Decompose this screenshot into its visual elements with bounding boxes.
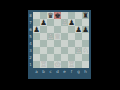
chess-board: ♛♚♜♟♙♟♟♟♟♙♕♙♘♖♔♖ bbox=[33, 12, 89, 68]
file-label-a: a bbox=[33, 68, 40, 79]
square-d7[interactable] bbox=[54, 19, 61, 26]
square-d1[interactable]: ♔ bbox=[54, 61, 61, 68]
square-a1[interactable] bbox=[33, 61, 40, 68]
square-a3[interactable] bbox=[33, 47, 40, 54]
file-label-e: e bbox=[61, 68, 68, 79]
white-pawn[interactable]: ♙ bbox=[61, 19, 68, 26]
black-pawn[interactable]: ♟ bbox=[40, 19, 47, 26]
black-pawn[interactable]: ♟ bbox=[75, 26, 82, 33]
square-d5[interactable]: ♕ bbox=[54, 33, 61, 40]
square-c3[interactable] bbox=[47, 47, 54, 54]
white-king[interactable]: ♔ bbox=[54, 61, 61, 68]
square-c5[interactable]: ♙ bbox=[47, 33, 54, 40]
square-h3[interactable]: ♘ bbox=[82, 47, 89, 54]
square-f5[interactable] bbox=[68, 33, 75, 40]
white-pawn[interactable]: ♙ bbox=[47, 33, 54, 40]
chess-board-widget: 87654321 ♛♚♜♟♙♟♟♟♟♙♕♙♘♖♔♖ abcdefgh bbox=[28, 10, 91, 79]
square-a4[interactable] bbox=[33, 40, 40, 47]
white-queen[interactable]: ♕ bbox=[54, 33, 61, 40]
square-b5[interactable] bbox=[40, 33, 47, 40]
black-pawn[interactable]: ♟ bbox=[82, 26, 89, 33]
square-g5[interactable] bbox=[75, 33, 82, 40]
square-d8-check-highlight[interactable]: ♚ bbox=[54, 12, 61, 19]
square-f1[interactable]: ♖ bbox=[68, 61, 75, 68]
square-a2[interactable] bbox=[33, 54, 40, 61]
white-pawn[interactable]: ♙ bbox=[75, 47, 82, 54]
square-h5[interactable] bbox=[82, 33, 89, 40]
square-d4[interactable] bbox=[54, 40, 61, 47]
square-h2[interactable] bbox=[82, 54, 89, 61]
square-c2[interactable] bbox=[47, 54, 54, 61]
black-queen[interactable]: ♛ bbox=[47, 12, 54, 19]
black-rook[interactable]: ♜ bbox=[82, 12, 89, 19]
square-e6[interactable] bbox=[61, 26, 68, 33]
square-f4[interactable] bbox=[68, 40, 75, 47]
square-a5[interactable] bbox=[33, 33, 40, 40]
file-label-h: h bbox=[82, 68, 89, 79]
square-b6[interactable] bbox=[40, 26, 47, 33]
square-c7[interactable] bbox=[47, 19, 54, 26]
square-f7[interactable]: ♟ bbox=[68, 19, 75, 26]
file-label-b: b bbox=[40, 68, 47, 79]
square-e1[interactable] bbox=[61, 61, 68, 68]
square-a8[interactable] bbox=[33, 12, 40, 19]
square-e7[interactable]: ♙ bbox=[61, 19, 68, 26]
file-label-g: g bbox=[75, 68, 82, 79]
square-e2[interactable] bbox=[61, 54, 68, 61]
square-b1[interactable]: ♖ bbox=[40, 61, 47, 68]
square-h1[interactable] bbox=[82, 61, 89, 68]
white-rook[interactable]: ♖ bbox=[40, 61, 47, 68]
square-c1[interactable] bbox=[47, 61, 54, 68]
file-label-d: d bbox=[54, 68, 61, 79]
square-e3[interactable] bbox=[61, 47, 68, 54]
square-g1[interactable] bbox=[75, 61, 82, 68]
square-g2[interactable] bbox=[75, 54, 82, 61]
square-b3[interactable] bbox=[40, 47, 47, 54]
square-h6[interactable]: ♟ bbox=[82, 26, 89, 33]
file-coordinate-labels: abcdefgh bbox=[33, 68, 89, 79]
white-knight[interactable]: ♘ bbox=[82, 47, 89, 54]
file-label-f: f bbox=[68, 68, 75, 79]
square-g3[interactable]: ♙ bbox=[75, 47, 82, 54]
square-d3[interactable] bbox=[54, 47, 61, 54]
white-rook[interactable]: ♖ bbox=[68, 61, 75, 68]
square-f6[interactable] bbox=[68, 26, 75, 33]
square-e4[interactable] bbox=[61, 40, 68, 47]
square-f3[interactable] bbox=[68, 47, 75, 54]
black-pawn[interactable]: ♟ bbox=[33, 26, 40, 33]
square-e5[interactable] bbox=[61, 33, 68, 40]
square-b4[interactable] bbox=[40, 40, 47, 47]
file-label-c: c bbox=[47, 68, 54, 79]
square-c8[interactable]: ♛ bbox=[47, 12, 54, 19]
black-pawn[interactable]: ♟ bbox=[68, 19, 75, 26]
square-a6[interactable]: ♟ bbox=[33, 26, 40, 33]
square-b7[interactable]: ♟ bbox=[40, 19, 47, 26]
square-g6[interactable]: ♟ bbox=[75, 26, 82, 33]
square-c4[interactable] bbox=[47, 40, 54, 47]
screenshot-stage: 87654321 ♛♚♜♟♙♟♟♟♟♙♕♙♘♖♔♖ abcdefgh bbox=[0, 0, 120, 90]
square-g8[interactable] bbox=[75, 12, 82, 19]
square-h8[interactable]: ♜ bbox=[82, 12, 89, 19]
black-king[interactable]: ♚ bbox=[54, 12, 61, 19]
